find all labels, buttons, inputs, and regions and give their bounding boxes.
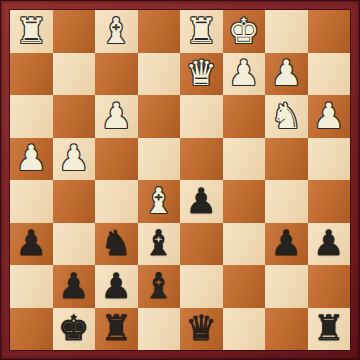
square-b8[interactable]: [265, 308, 308, 351]
square-f8[interactable]: ♜: [95, 308, 138, 351]
square-f4[interactable]: [95, 138, 138, 181]
white-pawn-f3[interactable]: ♟: [95, 95, 138, 138]
white-king-c1[interactable]: ♚: [223, 10, 266, 53]
square-b6[interactable]: ♟: [265, 223, 308, 266]
black-pawn-d5[interactable]: ♟: [180, 180, 223, 223]
white-rook-d1[interactable]: ♜: [180, 10, 223, 53]
black-pawn-f7[interactable]: ♟: [95, 265, 138, 308]
white-knight-b3[interactable]: ♞: [265, 95, 308, 138]
white-bishop-e5[interactable]: ♝: [138, 180, 181, 223]
square-h3[interactable]: [10, 95, 53, 138]
square-f6[interactable]: ♞: [95, 223, 138, 266]
square-d6[interactable]: [180, 223, 223, 266]
square-d7[interactable]: [180, 265, 223, 308]
square-a1[interactable]: [308, 10, 351, 53]
square-h7[interactable]: [10, 265, 53, 308]
square-e2[interactable]: [138, 53, 181, 96]
square-h5[interactable]: [10, 180, 53, 223]
square-b1[interactable]: [265, 10, 308, 53]
square-c5[interactable]: [223, 180, 266, 223]
square-f5[interactable]: [95, 180, 138, 223]
white-bishop-f1[interactable]: ♝: [95, 10, 138, 53]
black-pawn-g7[interactable]: ♟: [53, 265, 96, 308]
white-pawn-g4[interactable]: ♟: [53, 138, 96, 181]
square-c7[interactable]: [223, 265, 266, 308]
square-g8[interactable]: ♚: [53, 308, 96, 351]
square-c1[interactable]: ♚: [223, 10, 266, 53]
square-c6[interactable]: [223, 223, 266, 266]
square-g4[interactable]: ♟: [53, 138, 96, 181]
square-e1[interactable]: [138, 10, 181, 53]
square-b7[interactable]: [265, 265, 308, 308]
square-a7[interactable]: [308, 265, 351, 308]
square-b2[interactable]: ♟: [265, 53, 308, 96]
square-b4[interactable]: [265, 138, 308, 181]
black-rook-a8[interactable]: ♜: [308, 308, 351, 351]
square-g3[interactable]: [53, 95, 96, 138]
square-a2[interactable]: [308, 53, 351, 96]
square-h2[interactable]: [10, 53, 53, 96]
square-a5[interactable]: [308, 180, 351, 223]
square-c8[interactable]: [223, 308, 266, 351]
square-e3[interactable]: [138, 95, 181, 138]
square-e6[interactable]: ♝: [138, 223, 181, 266]
square-a6[interactable]: ♟: [308, 223, 351, 266]
black-bishop-e6[interactable]: ♝: [138, 223, 181, 266]
square-f2[interactable]: [95, 53, 138, 96]
black-king-g8[interactable]: ♚: [53, 308, 96, 351]
square-d1[interactable]: ♜: [180, 10, 223, 53]
square-g6[interactable]: [53, 223, 96, 266]
square-d5[interactable]: ♟: [180, 180, 223, 223]
white-pawn-h4[interactable]: ♟: [10, 138, 53, 181]
black-pawn-a6[interactable]: ♟: [308, 223, 351, 266]
square-g7[interactable]: ♟: [53, 265, 96, 308]
square-e8[interactable]: [138, 308, 181, 351]
square-d3[interactable]: [180, 95, 223, 138]
square-c4[interactable]: [223, 138, 266, 181]
square-h1[interactable]: ♜: [10, 10, 53, 53]
black-pawn-b6[interactable]: ♟: [265, 223, 308, 266]
square-d4[interactable]: [180, 138, 223, 181]
square-a4[interactable]: [308, 138, 351, 181]
square-c2[interactable]: ♟: [223, 53, 266, 96]
square-a8[interactable]: ♜: [308, 308, 351, 351]
chess-board: ♜♝♜♚♛♟♟♟♞♟♟♟♝♟♟♞♝♟♟♟♟♝♚♜♛♜: [10, 10, 350, 350]
black-rook-f8[interactable]: ♜: [95, 308, 138, 351]
black-queen-d8[interactable]: ♛: [180, 308, 223, 351]
square-h6[interactable]: ♟: [10, 223, 53, 266]
square-d2[interactable]: ♛: [180, 53, 223, 96]
square-e7[interactable]: ♝: [138, 265, 181, 308]
square-h8[interactable]: [10, 308, 53, 351]
white-rook-h1[interactable]: ♜: [10, 10, 53, 53]
square-f1[interactable]: ♝: [95, 10, 138, 53]
square-g1[interactable]: [53, 10, 96, 53]
square-h4[interactable]: ♟: [10, 138, 53, 181]
black-bishop-e7[interactable]: ♝: [138, 265, 181, 308]
white-pawn-b2[interactable]: ♟: [265, 53, 308, 96]
square-b3[interactable]: ♞: [265, 95, 308, 138]
square-c3[interactable]: [223, 95, 266, 138]
white-pawn-c2[interactable]: ♟: [223, 53, 266, 96]
board-frame: ♜♝♜♚♛♟♟♟♞♟♟♟♝♟♟♞♝♟♟♟♟♝♚♜♛♜: [0, 0, 360, 360]
black-pawn-h6[interactable]: ♟: [10, 223, 53, 266]
square-f3[interactable]: ♟: [95, 95, 138, 138]
black-knight-f6[interactable]: ♞: [95, 223, 138, 266]
square-d8[interactable]: ♛: [180, 308, 223, 351]
white-queen-d2[interactable]: ♛: [180, 53, 223, 96]
square-g2[interactable]: [53, 53, 96, 96]
square-g5[interactable]: [53, 180, 96, 223]
square-b5[interactable]: [265, 180, 308, 223]
square-f7[interactable]: ♟: [95, 265, 138, 308]
square-e5[interactable]: ♝: [138, 180, 181, 223]
square-e4[interactable]: [138, 138, 181, 181]
white-pawn-a3[interactable]: ♟: [308, 95, 351, 138]
square-a3[interactable]: ♟: [308, 95, 351, 138]
